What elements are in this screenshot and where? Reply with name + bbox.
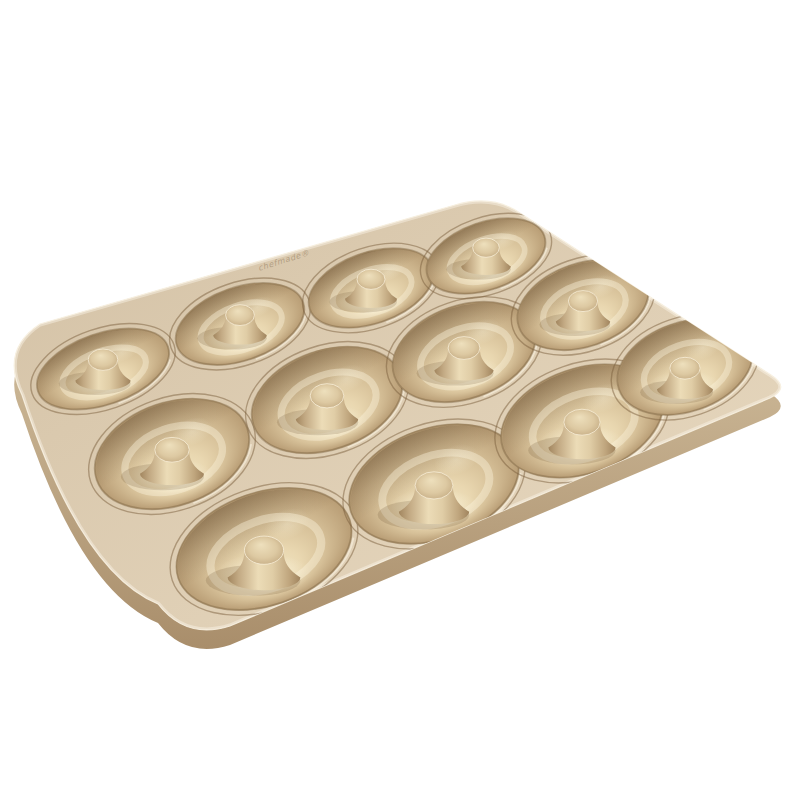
post-top-cap <box>448 337 480 360</box>
donut-pan-illustration: chefmade® <box>0 0 800 800</box>
post-top-cap <box>415 472 453 499</box>
post-top-cap <box>473 238 500 257</box>
post-top-cap <box>310 384 344 408</box>
product-photo: chefmade® <box>0 0 800 800</box>
post-top-cap <box>357 269 385 289</box>
post-top-cap <box>226 305 255 326</box>
donut-pan: chefmade® <box>14 197 781 648</box>
post-top-cap <box>564 409 600 435</box>
post-top-cap <box>244 536 283 564</box>
post-top-cap <box>670 357 700 379</box>
post-top-cap <box>88 349 118 370</box>
post-top-cap <box>568 291 597 312</box>
post-top-cap <box>155 437 189 462</box>
